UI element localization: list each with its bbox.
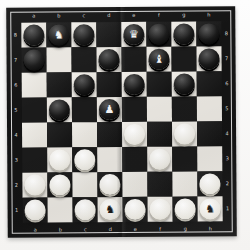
square-g1[interactable] (173, 196, 198, 221)
square-e6[interactable] (122, 72, 147, 97)
square-h5[interactable] (197, 96, 222, 121)
square-g6[interactable] (172, 71, 197, 96)
disc-white[interactable] (125, 199, 146, 220)
file-label: b (57, 227, 63, 232)
rank-label: 8 (223, 31, 229, 36)
disc-white[interactable] (199, 173, 220, 194)
file-label: a (31, 14, 37, 19)
square-f4[interactable] (147, 122, 172, 147)
file-label: f (156, 13, 162, 18)
square-d5[interactable]: ♟ (97, 97, 122, 122)
square-h4[interactable] (197, 121, 222, 146)
disc-black-knight[interactable]: ♞ (48, 24, 69, 45)
disc-white[interactable] (49, 174, 70, 195)
rank-label: 7 (224, 56, 230, 61)
square-c4[interactable] (72, 122, 97, 147)
square-b4[interactable] (47, 122, 72, 147)
square-a4[interactable] (22, 123, 47, 148)
file-label: b (56, 13, 62, 18)
disc-black[interactable] (174, 73, 195, 94)
square-d7[interactable] (96, 47, 121, 72)
square-a6[interactable] (22, 73, 47, 98)
file-label: d (107, 227, 113, 232)
file-label: e (131, 13, 137, 18)
file-labels-top: abcdefgh (21, 12, 221, 18)
rank-label: 2 (13, 183, 19, 188)
square-a3[interactable] (22, 148, 47, 173)
square-g2[interactable] (172, 171, 197, 196)
square-g3[interactable] (172, 146, 197, 171)
rank-label: 7 (13, 58, 19, 63)
file-label: g (181, 13, 187, 18)
disc-white[interactable] (124, 124, 145, 145)
disc-white[interactable] (24, 175, 45, 196)
disc-white[interactable] (75, 199, 96, 220)
square-g7[interactable] (171, 46, 196, 71)
disc-black[interactable] (173, 23, 194, 44)
square-c7[interactable] (71, 47, 96, 72)
square-d8[interactable] (96, 22, 121, 47)
square-b5[interactable] (47, 97, 72, 122)
rank-label: 6 (13, 83, 19, 88)
square-c3[interactable] (72, 147, 97, 172)
square-c2[interactable] (72, 172, 97, 197)
square-a8[interactable] (21, 23, 46, 48)
rank-label: 1 (225, 206, 231, 211)
square-h1[interactable]: ♞ (198, 196, 223, 221)
rank-label: 1 (14, 208, 20, 213)
disc-white[interactable] (99, 174, 120, 195)
bishop-glyph-icon: ♝ (154, 54, 164, 65)
disc-black[interactable] (124, 74, 145, 95)
square-h7[interactable] (196, 46, 221, 71)
disc-black[interactable] (49, 99, 70, 120)
square-h3[interactable] (197, 146, 222, 171)
file-label: d (106, 13, 112, 18)
disc-black[interactable] (98, 49, 119, 70)
rank-label: 8 (12, 33, 18, 38)
disc-white-knight[interactable]: ♞ (100, 199, 121, 220)
disc-white[interactable] (74, 149, 95, 170)
rank-label: 6 (224, 81, 230, 86)
square-e7[interactable] (121, 47, 146, 72)
rank-label: 5 (13, 108, 19, 113)
square-h8[interactable] (196, 21, 221, 46)
rank-label: 2 (224, 181, 230, 186)
file-labels-bottom: abcdefgh (23, 226, 223, 232)
square-f8[interactable] (146, 22, 171, 47)
file-label: g (182, 227, 188, 232)
square-a7[interactable] (21, 48, 46, 73)
square-f6[interactable] (147, 72, 172, 97)
disc-white-knight[interactable]: ♞ (200, 198, 221, 219)
square-d1[interactable]: ♞ (98, 197, 123, 222)
file-label: c (82, 227, 88, 232)
rank-label: 3 (13, 158, 19, 163)
square-b1[interactable] (48, 197, 73, 222)
rank-label: 5 (224, 106, 230, 111)
knight-glyph-icon: ♞ (205, 203, 215, 214)
square-b8[interactable]: ♞ (46, 22, 71, 47)
disc-black[interactable] (23, 25, 44, 46)
rank-labels-left: 87654321 (12, 23, 19, 223)
square-c5[interactable] (72, 97, 97, 122)
square-a1[interactable] (23, 198, 48, 223)
disc-white[interactable] (49, 149, 70, 170)
square-e2[interactable] (122, 172, 147, 197)
file-label: a (32, 228, 38, 233)
disc-white[interactable] (174, 123, 195, 144)
square-a2[interactable] (22, 173, 47, 198)
square-g4[interactable] (172, 121, 197, 146)
square-e4[interactable] (122, 122, 147, 147)
chess-board: ♞♛♝♟♞♞ (21, 21, 222, 222)
square-e3[interactable] (122, 147, 147, 172)
disc-white[interactable] (150, 199, 171, 220)
square-b3[interactable] (47, 147, 72, 172)
disc-white[interactable] (25, 200, 46, 221)
square-d4[interactable] (97, 122, 122, 147)
square-d3[interactable] (97, 147, 122, 172)
square-f5[interactable] (147, 97, 172, 122)
square-c6[interactable] (72, 72, 97, 97)
square-a5[interactable] (22, 98, 47, 123)
square-f7[interactable]: ♝ (146, 47, 171, 72)
chess-mat: abcdefgh abcdefgh 87654321 87654321 ♞♛♝♟… (6, 6, 237, 238)
square-c8[interactable] (71, 22, 96, 47)
disc-black[interactable] (73, 24, 94, 45)
square-d6[interactable] (97, 72, 122, 97)
disc-white[interactable] (149, 149, 170, 170)
rank-labels-right: 87654321 (223, 21, 230, 221)
square-h6[interactable] (197, 71, 222, 96)
square-g8[interactable] (171, 21, 196, 46)
queen-glyph-icon: ♛ (129, 29, 139, 40)
square-g5[interactable] (172, 96, 197, 121)
file-label: h (207, 226, 213, 231)
square-b6[interactable] (47, 72, 72, 97)
disc-white[interactable] (175, 198, 196, 219)
square-d2[interactable] (97, 172, 122, 197)
rank-label: 3 (224, 156, 230, 161)
knight-glyph-icon: ♞ (105, 204, 115, 215)
square-b7[interactable] (46, 47, 71, 72)
knight-glyph-icon: ♞ (54, 29, 64, 40)
disc-black[interactable] (198, 23, 219, 44)
file-label: f (157, 227, 163, 232)
photo-background: abcdefgh abcdefgh 87654321 87654321 ♞♛♝♟… (0, 0, 250, 250)
disc-black-queen[interactable]: ♛ (123, 24, 144, 45)
disc-black[interactable] (23, 50, 44, 71)
disc-black-bishop[interactable]: ♝ (148, 49, 169, 70)
disc-black-pawn[interactable]: ♟ (99, 99, 120, 120)
square-f3[interactable] (147, 147, 172, 172)
pawn-glyph-icon: ♟ (104, 104, 114, 115)
file-label: h (206, 12, 212, 17)
square-f2[interactable] (147, 172, 172, 197)
file-label: e (132, 227, 138, 232)
square-e1[interactable] (123, 197, 148, 222)
square-b2[interactable] (47, 172, 72, 197)
file-label: c (81, 13, 87, 18)
rank-label: 4 (13, 133, 19, 138)
disc-black[interactable] (74, 74, 95, 95)
square-e8[interactable]: ♛ (121, 22, 146, 47)
disc-black[interactable] (198, 48, 219, 69)
rank-label: 4 (224, 131, 230, 136)
square-c1[interactable] (73, 197, 98, 222)
disc-black[interactable] (148, 24, 169, 45)
square-f1[interactable] (148, 197, 173, 222)
square-e5[interactable] (122, 97, 147, 122)
square-h2[interactable] (197, 171, 222, 196)
